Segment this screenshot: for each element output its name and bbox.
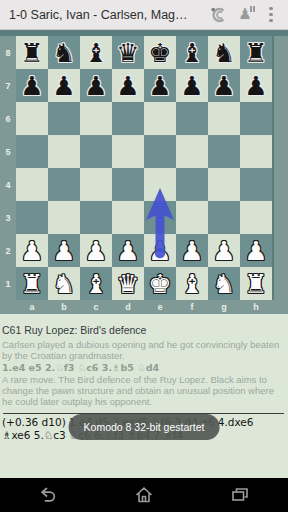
square-b7[interactable]: ♟ (48, 69, 80, 102)
square-a6[interactable] (16, 102, 48, 135)
black-knight: ♞ (212, 40, 235, 66)
square-c6[interactable] (80, 102, 112, 135)
square-c7[interactable]: ♟ (80, 69, 112, 102)
square-a8[interactable]: ♜ (16, 36, 48, 69)
recents-icon (229, 484, 251, 506)
square-e7[interactable]: ♟ (144, 69, 176, 102)
black-pawn: ♟ (116, 73, 139, 99)
rank-label-6: 6 (0, 102, 16, 135)
square-b8[interactable]: ♞ (48, 36, 80, 69)
square-e4[interactable] (144, 168, 176, 201)
black-pawn: ♟ (52, 73, 75, 99)
black-pawn: ♟ (84, 73, 107, 99)
square-f4[interactable] (176, 168, 208, 201)
square-e5[interactable] (144, 135, 176, 168)
white-bishop: ♝ (84, 271, 107, 297)
square-h3[interactable] (240, 201, 272, 234)
file-label-g: g (208, 300, 240, 314)
square-d6[interactable] (112, 102, 144, 135)
square-d3[interactable] (112, 201, 144, 234)
black-knight: ♞ (52, 40, 75, 66)
square-a3[interactable] (16, 201, 48, 234)
square-h5[interactable] (240, 135, 272, 168)
square-h2[interactable]: ♟ (240, 234, 272, 267)
square-c4[interactable] (80, 168, 112, 201)
square-c5[interactable] (80, 135, 112, 168)
white-pawn: ♟ (148, 238, 171, 264)
square-b6[interactable] (48, 102, 80, 135)
square-f6[interactable] (176, 102, 208, 135)
toast-message: Komodo 8 32-bit gestartet (69, 414, 220, 440)
white-king: ♚ (148, 271, 171, 297)
square-g1[interactable]: ♞ (208, 267, 240, 300)
app-screen: 1-0 Saric, Ivan - Carlsen, Mag… ♟ 876543… (0, 0, 288, 512)
square-e6[interactable] (144, 102, 176, 135)
square-g4[interactable] (208, 168, 240, 201)
square-e3[interactable] (144, 201, 176, 234)
white-pawn: ♟ (212, 238, 235, 264)
square-h4[interactable] (240, 168, 272, 201)
square-b4[interactable] (48, 168, 80, 201)
white-pawn: ♟ (52, 238, 75, 264)
white-knight: ♞ (52, 271, 75, 297)
title-bar: 1-0 Saric, Ivan - Carlsen, Mag… ♟ (0, 0, 288, 30)
board-grid: ♜♞♝♛♚♝♞♜♟♟♟♟♟♟♟♟♟♟♟♟♟♟♟♟♜♞♝♛♚♝♞♜ (16, 36, 274, 300)
board-border-right (274, 36, 288, 300)
game-title: 1-0 Saric, Ivan - Carlsen, Mag… (9, 8, 206, 22)
overflow-menu-button[interactable] (258, 2, 284, 28)
home-button[interactable] (114, 480, 174, 510)
square-a4[interactable] (16, 168, 48, 201)
square-b3[interactable] (48, 201, 80, 234)
square-b2[interactable]: ♟ (48, 234, 80, 267)
back-button[interactable] (18, 480, 78, 510)
square-f1[interactable]: ♝ (176, 267, 208, 300)
chess-board: 87654321 ♜♞♝♛♚♝♞♜♟♟♟♟♟♟♟♟♟♟♟♟♟♟♟♟♜♞♝♛♚♝♞… (0, 30, 288, 314)
square-h1[interactable]: ♜ (240, 267, 272, 300)
file-label-h: h (240, 300, 272, 314)
square-f2[interactable]: ♟ (176, 234, 208, 267)
rank-label-8: 8 (0, 36, 16, 69)
android-nav-bar (0, 478, 288, 512)
black-bishop: ♝ (84, 40, 107, 66)
white-pawn: ♟ (20, 238, 43, 264)
square-d4[interactable] (112, 168, 144, 201)
back-icon (37, 484, 59, 506)
square-c2[interactable]: ♟ (80, 234, 112, 267)
annotation-comment-1: Carlsen played a dubious opening and he … (2, 339, 285, 361)
black-king: ♚ (148, 40, 171, 66)
black-pawn: ♟ (212, 73, 235, 99)
file-labels: abcdefgh (0, 300, 288, 314)
square-g3[interactable] (208, 201, 240, 234)
black-pawn: ♟ (180, 73, 203, 99)
square-d8[interactable]: ♛ (112, 36, 144, 69)
white-bishop: ♝ (180, 271, 203, 297)
square-g6[interactable] (208, 102, 240, 135)
square-a2[interactable]: ♟ (16, 234, 48, 267)
black-pawn: ♟ (20, 73, 43, 99)
square-b1[interactable]: ♞ (48, 267, 80, 300)
white-rook: ♜ (244, 271, 267, 297)
game-moves[interactable]: 1.e4 e5 2.♘f3 ♘c6 3.♗b5 ♘d4 (2, 362, 285, 373)
continuous-analysis-button[interactable] (206, 2, 232, 28)
square-e2[interactable]: ♟ (144, 234, 176, 267)
square-a1[interactable]: ♜ (16, 267, 48, 300)
square-c3[interactable] (80, 201, 112, 234)
continuous-analysis-icon (209, 5, 229, 25)
eco-opening-header: C61 Ruy Lopez: Bird's defence (2, 324, 285, 336)
square-d5[interactable] (112, 135, 144, 168)
rank-label-2: 2 (0, 234, 16, 267)
square-a7[interactable]: ♟ (16, 69, 48, 102)
rank-label-3: 3 (0, 201, 16, 234)
rank-label-4: 4 (0, 168, 16, 201)
file-label-f: f (176, 300, 208, 314)
black-bishop: ♝ (180, 40, 203, 66)
black-rook: ♜ (20, 40, 43, 66)
file-label-a: a (16, 300, 48, 314)
rank-label-1: 1 (0, 267, 16, 300)
rank-label-7: 7 (0, 69, 16, 102)
white-rook: ♜ (20, 271, 43, 297)
square-g5[interactable] (208, 135, 240, 168)
square-e1[interactable]: ♚ (144, 267, 176, 300)
square-d2[interactable]: ♟ (112, 234, 144, 267)
home-icon (133, 484, 155, 506)
rank-labels: 87654321 (0, 36, 16, 300)
square-f8[interactable]: ♝ (176, 36, 208, 69)
square-e8[interactable]: ♚ (144, 36, 176, 69)
square-f3[interactable] (176, 201, 208, 234)
overflow-menu-icon (262, 7, 280, 23)
black-queen: ♛ (116, 40, 139, 66)
white-pawn: ♟ (116, 238, 139, 264)
black-pawn: ♟ (148, 73, 171, 99)
square-b5[interactable] (48, 135, 80, 168)
white-pawn: ♟ (180, 238, 203, 264)
square-h7[interactable]: ♟ (240, 69, 272, 102)
square-h6[interactable] (240, 102, 272, 135)
square-f5[interactable] (176, 135, 208, 168)
square-a5[interactable] (16, 135, 48, 168)
white-pawn: ♟ (84, 238, 107, 264)
black-rook: ♜ (244, 40, 267, 66)
square-g8[interactable]: ♞ (208, 36, 240, 69)
white-queen: ♛ (116, 271, 139, 297)
square-h8[interactable]: ♜ (240, 36, 272, 69)
recents-button[interactable] (210, 480, 270, 510)
annotation-comment-2: A rare move. The Bird defence of the Ruy… (2, 374, 285, 407)
square-f7[interactable]: ♟ (176, 69, 208, 102)
engine-pause-button[interactable]: ♟ (232, 2, 258, 28)
square-g7[interactable]: ♟ (208, 69, 240, 102)
square-d7[interactable]: ♟ (112, 69, 144, 102)
file-label-b: b (48, 300, 80, 314)
square-g2[interactable]: ♟ (208, 234, 240, 267)
file-label-d: d (112, 300, 144, 314)
white-pawn: ♟ (244, 238, 267, 264)
square-d1[interactable]: ♛ (112, 267, 144, 300)
file-label-e: e (144, 300, 176, 314)
rank-label-5: 5 (0, 135, 16, 168)
pause-icon (250, 6, 256, 12)
square-c1[interactable]: ♝ (80, 267, 112, 300)
black-pawn: ♟ (244, 73, 267, 99)
white-knight: ♞ (212, 271, 235, 297)
file-label-c: c (80, 300, 112, 314)
square-c8[interactable]: ♝ (80, 36, 112, 69)
